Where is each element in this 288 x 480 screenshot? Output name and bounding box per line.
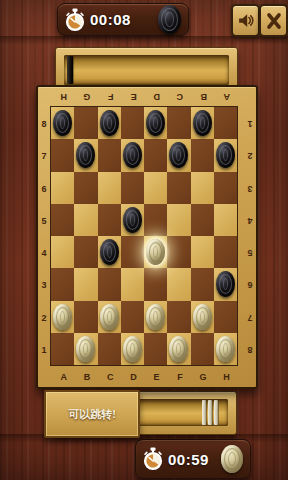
square-g8[interactable] <box>191 107 214 139</box>
square-a5[interactable] <box>51 204 74 236</box>
square-e2[interactable] <box>144 301 167 333</box>
hint-message: 可以跳转! <box>68 407 116 422</box>
light-checker-c2[interactable] <box>100 304 119 330</box>
board-squares <box>50 106 238 366</box>
dark-checker-g8[interactable] <box>193 110 212 136</box>
wood-seam-top <box>0 36 288 45</box>
square-d2[interactable] <box>121 301 144 333</box>
file-label-a: A <box>215 91 238 104</box>
dark-player-timer-panel: 00:08 <box>57 3 189 36</box>
square-d7[interactable] <box>121 139 144 171</box>
close-button[interactable] <box>259 4 288 37</box>
file-label-d: D <box>145 91 168 104</box>
rank-label-4: 4 <box>38 237 50 269</box>
square-c7[interactable] <box>98 139 121 171</box>
light-checker-e2[interactable] <box>146 304 165 330</box>
square-f2[interactable] <box>167 301 190 333</box>
dark-checker-e8[interactable] <box>146 110 165 136</box>
light-checker-h1[interactable] <box>216 336 235 362</box>
square-a4[interactable] <box>51 236 74 268</box>
file-label-a: A <box>52 370 75 383</box>
light-player-checker <box>221 445 243 473</box>
rank-label-2: 2 <box>38 302 50 334</box>
rank-label-6: 6 <box>244 269 256 301</box>
dark-checker-d7[interactable] <box>123 142 142 168</box>
rank-label-6: 6 <box>38 173 50 205</box>
file-label-f: F <box>168 370 191 383</box>
light-checker-g2[interactable] <box>193 304 212 330</box>
file-label-d: D <box>122 370 145 383</box>
selected-light-checker-e4[interactable] <box>146 239 165 265</box>
volume-icon <box>237 12 254 29</box>
file-label-f: F <box>99 91 122 104</box>
rank-label-7: 7 <box>38 140 50 172</box>
square-a7[interactable] <box>51 139 74 171</box>
square-e7[interactable] <box>144 139 167 171</box>
square-b5[interactable] <box>74 204 97 236</box>
dark-checker-a8[interactable] <box>53 110 72 136</box>
close-icon <box>266 12 282 30</box>
square-a1[interactable] <box>51 333 74 365</box>
square-d6[interactable] <box>121 172 144 204</box>
square-g1[interactable] <box>191 333 214 365</box>
square-e8[interactable] <box>144 107 167 139</box>
captured-light-checker <box>208 400 212 425</box>
tray-slot <box>64 55 229 85</box>
square-a8[interactable] <box>51 107 74 139</box>
file-label-e: E <box>122 91 145 104</box>
square-d5[interactable] <box>121 204 144 236</box>
square-a6[interactable] <box>51 172 74 204</box>
rank-label-1: 1 <box>38 334 50 366</box>
square-h5[interactable] <box>214 204 237 236</box>
square-d8[interactable] <box>121 107 144 139</box>
file-label-b: B <box>75 370 98 383</box>
captured-light-checker <box>202 400 206 425</box>
rank-labels-left: 87654321 <box>38 108 50 366</box>
file-label-c: C <box>168 91 191 104</box>
square-b4[interactable] <box>74 236 97 268</box>
light-checker-b1[interactable] <box>76 336 95 362</box>
captured-light-pieces <box>202 400 218 425</box>
stopwatch-icon <box>143 447 163 471</box>
checkers-board: HGFEDCBA ABCDEFGH 87654321 12345678 <box>36 85 258 389</box>
square-c5[interactable] <box>98 204 121 236</box>
square-c6[interactable] <box>98 172 121 204</box>
square-g4[interactable] <box>191 236 214 268</box>
rank-label-5: 5 <box>244 237 256 269</box>
square-b6[interactable] <box>74 172 97 204</box>
stopwatch-icon <box>65 8 85 32</box>
rank-label-8: 8 <box>38 108 50 140</box>
square-c4[interactable] <box>98 236 121 268</box>
file-label-h: H <box>52 91 75 104</box>
rank-label-4: 4 <box>244 205 256 237</box>
square-f8[interactable] <box>167 107 190 139</box>
light-checker-a2[interactable] <box>53 304 72 330</box>
rank-label-3: 3 <box>244 173 256 205</box>
square-d1[interactable] <box>121 333 144 365</box>
file-label-c: C <box>99 370 122 383</box>
file-label-e: E <box>145 370 168 383</box>
file-label-b: B <box>192 91 215 104</box>
square-h4[interactable] <box>214 236 237 268</box>
square-e5[interactable] <box>144 204 167 236</box>
dark-checker-h7[interactable] <box>216 142 235 168</box>
square-h1[interactable] <box>214 333 237 365</box>
rank-label-5: 5 <box>38 205 50 237</box>
file-label-g: G <box>75 91 98 104</box>
dark-player-checker <box>158 5 181 34</box>
file-label-h: H <box>215 370 238 383</box>
game-screen: 00:08 HGFEDCBA ABCDEFGH 87654321 1234567… <box>0 0 288 480</box>
square-g6[interactable] <box>191 172 214 204</box>
square-f6[interactable] <box>167 172 190 204</box>
square-e6[interactable] <box>144 172 167 204</box>
square-h2[interactable] <box>214 301 237 333</box>
square-f5[interactable] <box>167 204 190 236</box>
message-plaque: 可以跳转! <box>44 390 140 438</box>
square-f1[interactable] <box>167 333 190 365</box>
light-checker-f1[interactable] <box>169 336 188 362</box>
rank-label-8: 8 <box>244 334 256 366</box>
dark-timer-value: 00:08 <box>90 11 131 28</box>
square-f4[interactable] <box>167 236 190 268</box>
square-f7[interactable] <box>167 139 190 171</box>
square-e3[interactable] <box>144 268 167 300</box>
rank-label-7: 7 <box>244 302 256 334</box>
square-c2[interactable] <box>98 301 121 333</box>
rank-label-3: 3 <box>38 269 50 301</box>
dark-checker-c8[interactable] <box>100 110 119 136</box>
square-d3[interactable] <box>121 268 144 300</box>
light-timer-value: 00:59 <box>168 451 209 468</box>
rank-label-2: 2 <box>244 140 256 172</box>
square-e4[interactable] <box>144 236 167 268</box>
square-h7[interactable] <box>214 139 237 171</box>
square-g5[interactable] <box>191 204 214 236</box>
square-c3[interactable] <box>98 268 121 300</box>
square-b7[interactable] <box>74 139 97 171</box>
square-h6[interactable] <box>214 172 237 204</box>
rank-label-1: 1 <box>244 108 256 140</box>
square-b2[interactable] <box>74 301 97 333</box>
file-label-g: G <box>192 370 215 383</box>
light-checker-d1[interactable] <box>123 336 142 362</box>
dark-checker-b7[interactable] <box>76 142 95 168</box>
square-g7[interactable] <box>191 139 214 171</box>
captured-dark-checker <box>67 56 73 84</box>
square-c8[interactable] <box>98 107 121 139</box>
dark-checker-c4[interactable] <box>100 239 119 265</box>
square-h8[interactable] <box>214 107 237 139</box>
volume-button[interactable] <box>231 4 260 37</box>
square-c1[interactable] <box>98 333 121 365</box>
square-b3[interactable] <box>74 268 97 300</box>
square-a3[interactable] <box>51 268 74 300</box>
dark-checker-h3[interactable] <box>216 271 235 297</box>
square-a2[interactable] <box>51 301 74 333</box>
square-b1[interactable] <box>74 333 97 365</box>
rank-labels-right: 12345678 <box>244 108 256 366</box>
square-g3[interactable] <box>191 268 214 300</box>
square-h3[interactable] <box>214 268 237 300</box>
square-b8[interactable] <box>74 107 97 139</box>
square-e1[interactable] <box>144 333 167 365</box>
captured-dark-pieces <box>67 56 73 84</box>
captured-light-checker <box>214 400 218 425</box>
dark-checker-d5[interactable] <box>123 207 142 233</box>
light-player-timer-panel: 00:59 <box>135 439 251 479</box>
file-labels-bottom: ABCDEFGH <box>52 370 238 383</box>
square-f3[interactable] <box>167 268 190 300</box>
square-d4[interactable] <box>121 236 144 268</box>
file-labels-top: HGFEDCBA <box>52 91 238 104</box>
dark-checker-f7[interactable] <box>169 142 188 168</box>
square-g2[interactable] <box>191 301 214 333</box>
